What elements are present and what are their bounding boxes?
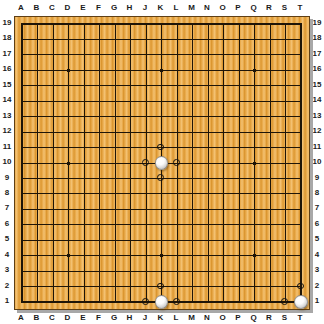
coord-label-left-1: 1 (5, 297, 9, 305)
coord-label-top-C: C (49, 4, 55, 12)
coord-label-top-J: J (143, 4, 147, 12)
coord-label-right-8: 8 (315, 189, 319, 197)
circle-marker-L1 (173, 298, 180, 305)
coord-label-top-B: B (34, 4, 40, 12)
coord-label-top-E: E (80, 4, 85, 12)
star-point-D10 (67, 162, 70, 165)
grid-line-v-O (223, 23, 224, 303)
coord-label-left-4: 4 (5, 251, 9, 259)
coord-label-right-3: 3 (315, 266, 319, 274)
grid-line-h-7 (21, 209, 302, 210)
go-board[interactable] (14, 16, 310, 310)
coord-label-right-1: 1 (315, 297, 319, 305)
star-point-K16 (160, 69, 163, 72)
coord-label-left-16: 16 (3, 65, 12, 73)
circle-marker-J1 (142, 298, 149, 305)
coord-label-bottom-K: K (158, 314, 164, 322)
coord-label-left-8: 8 (5, 189, 9, 197)
coord-label-right-14: 14 (313, 96, 322, 104)
coord-label-bottom-P: P (235, 314, 240, 322)
coord-label-left-5: 5 (5, 235, 9, 243)
coord-label-right-2: 2 (315, 282, 319, 290)
coord-label-top-K: K (158, 4, 164, 12)
go-diagram: ABCDEFGHJKLMNOPQRST ABCDEFGHJKLMNOPQRST … (0, 0, 324, 324)
coord-label-right-16: 16 (313, 65, 322, 73)
coord-label-right-13: 13 (313, 112, 322, 120)
coord-label-top-L: L (174, 4, 179, 12)
coord-label-right-15: 15 (313, 81, 322, 89)
coord-label-bottom-O: O (219, 314, 225, 322)
coord-label-bottom-M: M (188, 314, 195, 322)
star-point-Q4 (253, 254, 256, 257)
coord-label-right-17: 17 (313, 50, 322, 58)
grid-line-h-5 (21, 240, 302, 241)
coord-label-bottom-C: C (49, 314, 55, 322)
coord-label-top-R: R (266, 4, 272, 12)
coord-label-left-18: 18 (3, 34, 12, 42)
coord-label-left-13: 13 (3, 112, 12, 120)
coord-label-top-Q: Q (250, 4, 256, 12)
circle-marker-S1 (281, 298, 288, 305)
coord-label-top-P: P (235, 4, 240, 12)
coord-label-right-19: 19 (313, 19, 322, 27)
circle-marker-T2 (297, 283, 304, 290)
coord-label-bottom-F: F (96, 314, 101, 322)
coord-label-right-6: 6 (315, 220, 319, 228)
coord-label-bottom-R: R (266, 314, 272, 322)
coord-label-right-4: 4 (315, 251, 319, 259)
coord-label-top-D: D (65, 4, 71, 12)
coord-label-right-7: 7 (315, 204, 319, 212)
coord-label-right-11: 11 (313, 143, 321, 151)
coord-label-bottom-Q: Q (250, 314, 256, 322)
coord-label-bottom-A: A (18, 314, 24, 322)
coord-label-bottom-D: D (65, 314, 71, 322)
star-point-D4 (67, 254, 70, 257)
star-point-K4 (160, 254, 163, 257)
circle-marker-K2 (157, 283, 164, 290)
circle-marker-K11 (157, 144, 164, 151)
coord-label-right-9: 9 (315, 174, 319, 182)
coord-label-left-14: 14 (3, 96, 12, 104)
coord-label-bottom-N: N (204, 314, 210, 322)
circle-marker-L10 (173, 159, 180, 166)
coord-label-bottom-E: E (80, 314, 85, 322)
white-stone-T1 (294, 295, 308, 309)
coord-label-top-S: S (282, 4, 287, 12)
coord-label-bottom-L: L (174, 314, 179, 322)
coord-label-left-3: 3 (5, 266, 9, 274)
coord-label-left-12: 12 (3, 127, 12, 135)
grid-line-h-8 (21, 193, 302, 194)
coord-label-top-O: O (219, 4, 225, 12)
coord-label-top-T: T (298, 4, 303, 12)
coord-label-bottom-H: H (127, 314, 133, 322)
coord-label-top-H: H (127, 4, 133, 12)
grid-line-v-R (270, 23, 271, 303)
coord-label-left-2: 2 (5, 282, 9, 290)
coord-label-top-F: F (96, 4, 101, 12)
grid-line-v-N (208, 23, 209, 303)
coord-label-bottom-J: J (143, 314, 147, 322)
coord-label-right-10: 10 (313, 158, 322, 166)
coord-label-bottom-G: G (111, 314, 117, 322)
coord-label-top-G: G (111, 4, 117, 12)
star-point-Q16 (253, 69, 256, 72)
coord-label-left-17: 17 (3, 50, 12, 58)
circle-marker-J10 (142, 159, 149, 166)
star-point-Q10 (253, 162, 256, 165)
coord-label-top-M: M (188, 4, 195, 12)
grid-line-v-T (300, 23, 302, 303)
coord-label-right-12: 12 (313, 127, 322, 135)
grid-line-h-3 (21, 271, 302, 272)
coord-label-left-19: 19 (3, 19, 12, 27)
coord-label-right-18: 18 (313, 34, 322, 42)
coord-label-left-6: 6 (5, 220, 9, 228)
grid-line-h-6 (21, 224, 302, 225)
coord-label-bottom-T: T (298, 314, 303, 322)
coord-label-bottom-B: B (34, 314, 40, 322)
coord-label-left-15: 15 (3, 81, 12, 89)
coord-label-top-A: A (18, 4, 24, 12)
grid-line-v-M (192, 23, 193, 303)
grid-line-v-P (239, 23, 240, 303)
white-stone-K10 (155, 156, 169, 170)
coord-label-left-10: 10 (3, 158, 12, 166)
coord-label-left-7: 7 (5, 204, 9, 212)
star-point-D16 (67, 69, 70, 72)
white-stone-K1 (155, 295, 169, 309)
coord-label-bottom-S: S (282, 314, 287, 322)
coord-label-left-11: 11 (3, 143, 11, 151)
coord-label-left-9: 9 (5, 174, 9, 182)
coord-label-right-5: 5 (315, 235, 319, 243)
circle-marker-K9 (157, 174, 164, 181)
grid-line-v-S (285, 23, 286, 303)
coord-label-top-N: N (204, 4, 210, 12)
